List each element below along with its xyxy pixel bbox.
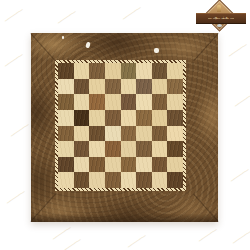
square-e2 bbox=[121, 157, 137, 173]
watermark-text: ــــــــــــ bbox=[120, 3, 141, 21]
square-e4 bbox=[121, 126, 137, 142]
square-b2 bbox=[74, 157, 90, 173]
square-e8 bbox=[121, 63, 137, 79]
wood-reflection-speck bbox=[62, 36, 64, 39]
square-e6 bbox=[121, 94, 137, 110]
square-h1 bbox=[167, 172, 183, 188]
square-f1 bbox=[136, 172, 152, 188]
square-d4 bbox=[105, 126, 121, 142]
watermark-text: ــــــــــــ bbox=[8, 120, 29, 138]
square-d8 bbox=[105, 63, 121, 79]
square-h7 bbox=[167, 79, 183, 95]
square-g2 bbox=[152, 157, 168, 173]
product-photo: ــــــــــــــــــــــــــــــــــــــــ… bbox=[0, 0, 250, 250]
square-c7 bbox=[89, 79, 105, 95]
square-e5 bbox=[121, 110, 137, 126]
playing-field bbox=[55, 60, 186, 191]
square-a4 bbox=[58, 126, 74, 142]
watermark-text: ــــــــــــ bbox=[2, 5, 23, 23]
square-h3 bbox=[167, 141, 183, 157]
square-d6 bbox=[105, 94, 121, 110]
square-c5 bbox=[89, 110, 105, 126]
square-b6 bbox=[74, 94, 90, 110]
watermark-text: ــــــــــــ bbox=[232, 90, 250, 108]
square-a8 bbox=[58, 63, 74, 79]
square-a5 bbox=[58, 110, 74, 126]
square-e1 bbox=[121, 172, 137, 188]
square-a3 bbox=[58, 141, 74, 157]
square-g6 bbox=[152, 94, 168, 110]
square-f5 bbox=[136, 110, 152, 126]
board-front-edge bbox=[31, 214, 218, 222]
square-b3 bbox=[74, 141, 90, 157]
square-d2 bbox=[105, 157, 121, 173]
square-a2 bbox=[58, 157, 74, 173]
wood-reflection-speck bbox=[154, 48, 159, 53]
watermark-text: ــــــــــــ bbox=[60, 235, 81, 250]
square-a6 bbox=[58, 94, 74, 110]
square-d1 bbox=[105, 172, 121, 188]
chess-grid bbox=[58, 63, 183, 188]
square-c3 bbox=[89, 141, 105, 157]
watermark-text: ــــــــــــ bbox=[55, 7, 76, 25]
badge-seal-icon bbox=[217, 24, 222, 27]
square-g1 bbox=[152, 172, 168, 188]
watermark-text: ــــــــــــ bbox=[2, 50, 23, 68]
square-h8 bbox=[167, 63, 183, 79]
square-e3 bbox=[121, 141, 137, 157]
square-d3 bbox=[105, 141, 121, 157]
square-d5 bbox=[105, 110, 121, 126]
chessboard-photo bbox=[31, 33, 218, 222]
brand-logo: ـــ ـﻌـﻨـ ــﺠـ ـــ bbox=[196, 2, 246, 30]
square-h5 bbox=[167, 110, 183, 126]
watermark-text: ــــــــــــ bbox=[196, 225, 217, 243]
watermark-text: ــــــــــــ bbox=[228, 165, 249, 183]
square-e7 bbox=[121, 79, 137, 95]
square-c8 bbox=[89, 63, 105, 79]
square-g8 bbox=[152, 63, 168, 79]
square-a1 bbox=[58, 172, 74, 188]
square-b5 bbox=[74, 110, 90, 126]
square-h2 bbox=[167, 157, 183, 173]
watermark-text: ــــــــــــ bbox=[230, 227, 250, 245]
watermark-text: ــــــــــــ bbox=[4, 187, 25, 205]
square-a7 bbox=[58, 79, 74, 95]
logo-ribbon-text: ـــ ـﻌـﻨـ ــﺠـ ـــ bbox=[208, 16, 235, 21]
badge-crest-icon bbox=[217, 5, 221, 12]
square-h6 bbox=[167, 94, 183, 110]
square-c1 bbox=[89, 172, 105, 188]
square-b1 bbox=[74, 172, 90, 188]
square-b8 bbox=[74, 63, 90, 79]
logo-ribbon: ـــ ـﻌـﻨـ ــﺠـ ـــ bbox=[196, 13, 246, 24]
square-g5 bbox=[152, 110, 168, 126]
square-g3 bbox=[152, 141, 168, 157]
square-c4 bbox=[89, 126, 105, 142]
watermark-text: ــــــــــــ bbox=[125, 231, 146, 249]
square-b4 bbox=[74, 126, 90, 142]
square-f2 bbox=[136, 157, 152, 173]
square-b7 bbox=[74, 79, 90, 95]
square-g7 bbox=[152, 79, 168, 95]
watermark-text: ــــــــــــ bbox=[50, 223, 71, 241]
square-d7 bbox=[105, 79, 121, 95]
square-f6 bbox=[136, 94, 152, 110]
square-f4 bbox=[136, 126, 152, 142]
square-c2 bbox=[89, 157, 105, 173]
square-f7 bbox=[136, 79, 152, 95]
square-f8 bbox=[136, 63, 152, 79]
square-h4 bbox=[167, 126, 183, 142]
square-f3 bbox=[136, 141, 152, 157]
watermark-text: ــــــــــــ bbox=[226, 40, 247, 58]
square-c6 bbox=[89, 94, 105, 110]
square-g4 bbox=[152, 126, 168, 142]
